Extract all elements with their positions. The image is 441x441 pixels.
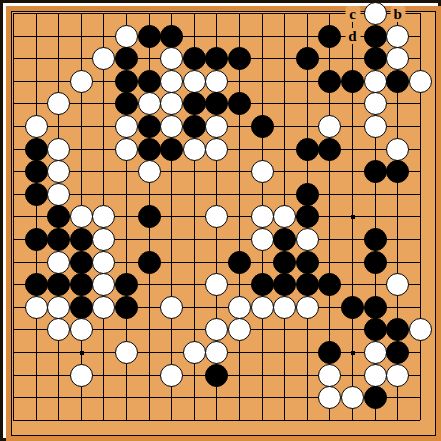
white-stone[interactable] [296, 296, 319, 319]
black-stone[interactable] [160, 138, 183, 161]
black-stone[interactable] [364, 296, 387, 319]
annotation-letter-b: b [390, 6, 406, 22]
black-stone[interactable] [341, 70, 364, 93]
white-stone[interactable] [364, 364, 387, 387]
white-stone[interactable] [138, 92, 161, 115]
white-stone[interactable] [160, 296, 183, 319]
white-stone[interactable] [318, 364, 341, 387]
white-stone[interactable] [183, 70, 206, 93]
white-stone[interactable] [364, 92, 387, 115]
white-stone[interactable] [364, 115, 387, 138]
white-stone[interactable] [92, 251, 115, 274]
black-stone[interactable] [25, 160, 48, 183]
black-stone[interactable] [251, 115, 274, 138]
black-stone[interactable] [228, 251, 251, 274]
black-stone[interactable] [70, 273, 93, 296]
black-stone[interactable] [25, 228, 48, 251]
white-stone[interactable] [115, 138, 138, 161]
white-stone[interactable] [115, 25, 138, 48]
white-stone[interactable] [386, 138, 409, 161]
star-point [351, 351, 355, 355]
white-stone[interactable] [115, 115, 138, 138]
black-stone[interactable] [25, 138, 48, 161]
black-stone[interactable] [25, 273, 48, 296]
white-stone[interactable] [25, 296, 48, 319]
black-stone[interactable] [70, 251, 93, 274]
black-stone[interactable] [115, 296, 138, 319]
black-stone[interactable] [138, 115, 161, 138]
white-stone[interactable] [138, 160, 161, 183]
white-stone[interactable] [296, 228, 319, 251]
white-stone[interactable] [228, 296, 251, 319]
black-stone[interactable] [160, 25, 183, 48]
black-stone[interactable] [138, 205, 161, 228]
black-stone[interactable] [138, 138, 161, 161]
black-stone[interactable] [296, 251, 319, 274]
white-stone[interactable] [205, 138, 228, 161]
white-stone[interactable] [183, 138, 206, 161]
white-stone[interactable] [364, 341, 387, 364]
white-stone[interactable] [251, 296, 274, 319]
black-stone[interactable] [296, 47, 319, 70]
black-stone[interactable] [138, 70, 161, 93]
black-stone[interactable] [386, 70, 409, 93]
star-point [80, 351, 84, 355]
white-stone[interactable] [70, 70, 93, 93]
white-stone[interactable] [25, 115, 48, 138]
black-stone[interactable] [138, 251, 161, 274]
black-stone[interactable] [318, 138, 341, 161]
white-stone[interactable] [251, 228, 274, 251]
white-stone[interactable] [386, 364, 409, 387]
white-stone[interactable] [251, 160, 274, 183]
white-stone[interactable] [386, 25, 409, 48]
white-stone[interactable] [183, 341, 206, 364]
black-stone[interactable] [364, 47, 387, 70]
annotation-letter-d: d [345, 28, 361, 44]
star-point [351, 215, 355, 219]
white-stone[interactable] [160, 70, 183, 93]
black-stone[interactable] [296, 183, 319, 206]
black-stone[interactable] [364, 160, 387, 183]
black-stone[interactable] [341, 296, 364, 319]
white-stone[interactable] [115, 341, 138, 364]
white-stone[interactable] [47, 251, 70, 274]
black-stone[interactable] [273, 251, 296, 274]
black-stone[interactable] [296, 273, 319, 296]
black-stone[interactable] [183, 115, 206, 138]
white-stone[interactable] [251, 205, 274, 228]
white-stone[interactable] [47, 296, 70, 319]
black-stone[interactable] [70, 228, 93, 251]
white-stone[interactable] [273, 296, 296, 319]
white-stone[interactable] [409, 70, 432, 93]
black-stone[interactable] [364, 228, 387, 251]
black-stone[interactable] [205, 364, 228, 387]
black-stone[interactable] [70, 296, 93, 319]
white-stone[interactable] [47, 183, 70, 206]
black-stone[interactable] [25, 183, 48, 206]
black-stone[interactable] [183, 47, 206, 70]
black-stone[interactable] [364, 386, 387, 409]
go-board-diagram: cbd [0, 0, 441, 441]
black-stone[interactable] [251, 273, 274, 296]
black-stone[interactable] [296, 138, 319, 161]
white-stone[interactable] [364, 2, 387, 25]
annotation-letter-c: c [345, 6, 361, 22]
black-stone[interactable] [364, 251, 387, 274]
black-stone[interactable] [364, 318, 387, 341]
black-stone[interactable] [364, 25, 387, 48]
black-stone[interactable] [318, 25, 341, 48]
black-stone[interactable] [138, 25, 161, 48]
white-stone[interactable] [47, 138, 70, 161]
white-stone[interactable] [364, 70, 387, 93]
white-stone[interactable] [70, 364, 93, 387]
black-stone[interactable] [115, 70, 138, 93]
white-stone[interactable] [160, 364, 183, 387]
